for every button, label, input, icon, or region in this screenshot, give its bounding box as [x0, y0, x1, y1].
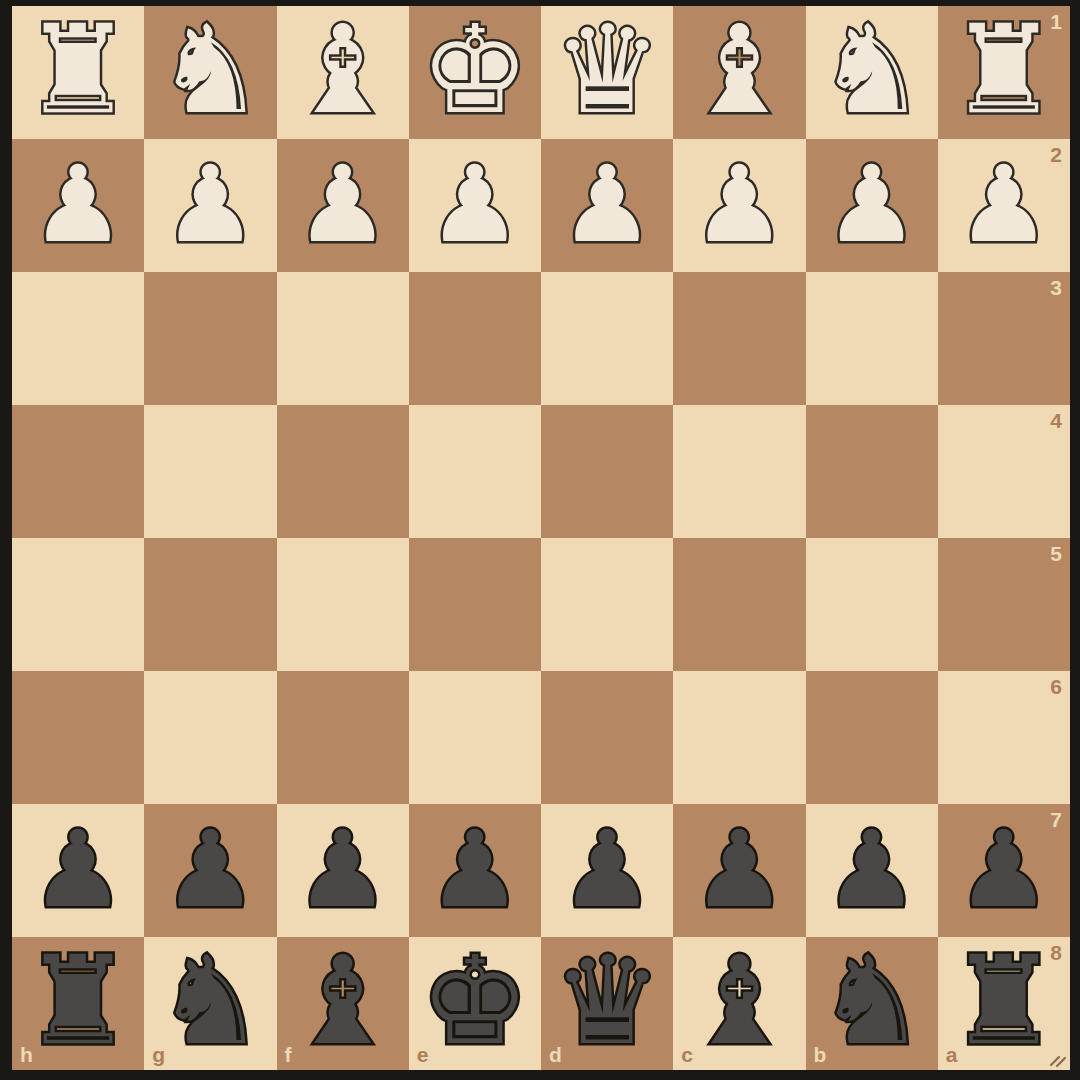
- file-label-a: a: [946, 1044, 958, 1065]
- square-h1[interactable]: ♜: [12, 6, 144, 139]
- piece-white-king[interactable]: ♚: [420, 9, 529, 131]
- piece-black-queen[interactable]: ♛: [552, 940, 661, 1062]
- piece-black-pawn[interactable]: ♟: [163, 817, 258, 923]
- square-c8[interactable]: ♝c: [673, 937, 805, 1070]
- piece-white-rook[interactable]: ♜: [949, 9, 1058, 131]
- square-b3[interactable]: [806, 272, 938, 405]
- piece-black-pawn[interactable]: ♟: [956, 817, 1051, 923]
- piece-black-bishop[interactable]: ♝: [288, 940, 397, 1062]
- square-b2[interactable]: ♟: [806, 139, 938, 272]
- piece-black-pawn[interactable]: ♟: [824, 817, 919, 923]
- square-a4[interactable]: 4: [938, 405, 1070, 538]
- square-e2[interactable]: ♟: [409, 139, 541, 272]
- file-label-e: e: [417, 1044, 429, 1065]
- square-e8[interactable]: ♚e: [409, 937, 541, 1070]
- square-h6[interactable]: [12, 671, 144, 804]
- square-g4[interactable]: [144, 405, 276, 538]
- square-e3[interactable]: [409, 272, 541, 405]
- piece-white-queen[interactable]: ♛: [552, 9, 661, 131]
- square-a3[interactable]: 3: [938, 272, 1070, 405]
- square-e6[interactable]: [409, 671, 541, 804]
- chess-app-stage: ♜♞♝♚♛♝♞♜1♟♟♟♟♟♟♟♟23456♟♟♟♟♟♟♟♟7♜h♞g♝f♚e♛…: [0, 0, 1080, 1080]
- square-e1[interactable]: ♚: [409, 6, 541, 139]
- square-g3[interactable]: [144, 272, 276, 405]
- square-f6[interactable]: [277, 671, 409, 804]
- square-f7[interactable]: ♟: [277, 804, 409, 937]
- square-a6[interactable]: 6: [938, 671, 1070, 804]
- square-e4[interactable]: [409, 405, 541, 538]
- square-d2[interactable]: ♟: [541, 139, 673, 272]
- piece-white-rook[interactable]: ♜: [23, 9, 132, 131]
- square-a2[interactable]: ♟2: [938, 139, 1070, 272]
- file-label-g: g: [152, 1044, 165, 1065]
- rank-label-6: 6: [1050, 676, 1062, 697]
- rank-label-8: 8: [1050, 942, 1062, 963]
- piece-white-pawn[interactable]: ♟: [560, 152, 655, 258]
- piece-black-knight[interactable]: ♞: [817, 940, 926, 1062]
- piece-white-bishop[interactable]: ♝: [288, 9, 397, 131]
- square-a5[interactable]: 5: [938, 538, 1070, 671]
- piece-black-knight[interactable]: ♞: [156, 940, 265, 1062]
- square-b4[interactable]: [806, 405, 938, 538]
- square-c3[interactable]: [673, 272, 805, 405]
- file-label-f: f: [285, 1044, 292, 1065]
- piece-black-rook[interactable]: ♜: [949, 940, 1058, 1062]
- square-d4[interactable]: [541, 405, 673, 538]
- square-b7[interactable]: ♟: [806, 804, 938, 937]
- square-h7[interactable]: ♟: [12, 804, 144, 937]
- square-h3[interactable]: [12, 272, 144, 405]
- square-c1[interactable]: ♝: [673, 6, 805, 139]
- square-f2[interactable]: ♟: [277, 139, 409, 272]
- square-f1[interactable]: ♝: [277, 6, 409, 139]
- square-c5[interactable]: [673, 538, 805, 671]
- square-f4[interactable]: [277, 405, 409, 538]
- square-h8[interactable]: ♜h: [12, 937, 144, 1070]
- square-a8[interactable]: ♜8a: [938, 937, 1070, 1070]
- rank-label-1: 1: [1050, 11, 1062, 32]
- piece-white-pawn[interactable]: ♟: [956, 152, 1051, 258]
- square-a7[interactable]: ♟7: [938, 804, 1070, 937]
- piece-black-bishop[interactable]: ♝: [685, 940, 794, 1062]
- piece-black-pawn[interactable]: ♟: [427, 817, 522, 923]
- square-d8[interactable]: ♛d: [541, 937, 673, 1070]
- chess-board: ♜♞♝♚♛♝♞♜1♟♟♟♟♟♟♟♟23456♟♟♟♟♟♟♟♟7♜h♞g♝f♚e♛…: [12, 6, 1070, 1070]
- square-c4[interactable]: [673, 405, 805, 538]
- file-label-h: h: [20, 1044, 33, 1065]
- piece-white-knight[interactable]: ♞: [156, 9, 265, 131]
- rank-label-7: 7: [1050, 809, 1062, 830]
- square-a1[interactable]: ♜1: [938, 6, 1070, 139]
- square-b8[interactable]: ♞b: [806, 937, 938, 1070]
- file-label-d: d: [549, 1044, 562, 1065]
- square-h4[interactable]: [12, 405, 144, 538]
- board-resize-handle-icon[interactable]: [1048, 1048, 1068, 1068]
- piece-white-bishop[interactable]: ♝: [685, 9, 794, 131]
- square-b1[interactable]: ♞: [806, 6, 938, 139]
- piece-black-rook[interactable]: ♜: [23, 940, 132, 1062]
- piece-white-knight[interactable]: ♞: [817, 9, 926, 131]
- square-e5[interactable]: [409, 538, 541, 671]
- square-d3[interactable]: [541, 272, 673, 405]
- square-f3[interactable]: [277, 272, 409, 405]
- square-g7[interactable]: ♟: [144, 804, 276, 937]
- square-h2[interactable]: ♟: [12, 139, 144, 272]
- square-g5[interactable]: [144, 538, 276, 671]
- piece-black-pawn[interactable]: ♟: [31, 817, 126, 923]
- square-d5[interactable]: [541, 538, 673, 671]
- square-g6[interactable]: [144, 671, 276, 804]
- square-g2[interactable]: ♟: [144, 139, 276, 272]
- square-g8[interactable]: ♞g: [144, 937, 276, 1070]
- square-f8[interactable]: ♝f: [277, 937, 409, 1070]
- piece-black-king[interactable]: ♚: [420, 940, 529, 1062]
- square-b6[interactable]: [806, 671, 938, 804]
- piece-black-pawn[interactable]: ♟: [560, 817, 655, 923]
- file-label-c: c: [681, 1044, 693, 1065]
- square-c6[interactable]: [673, 671, 805, 804]
- square-d7[interactable]: ♟: [541, 804, 673, 937]
- rank-label-3: 3: [1050, 277, 1062, 298]
- piece-black-pawn[interactable]: ♟: [295, 817, 390, 923]
- piece-black-pawn[interactable]: ♟: [692, 817, 787, 923]
- square-e7[interactable]: ♟: [409, 804, 541, 937]
- square-d1[interactable]: ♛: [541, 6, 673, 139]
- rank-label-2: 2: [1050, 144, 1062, 165]
- piece-white-pawn[interactable]: ♟: [31, 152, 126, 258]
- file-label-b: b: [814, 1044, 827, 1065]
- rank-label-5: 5: [1050, 543, 1062, 564]
- piece-white-pawn[interactable]: ♟: [295, 152, 390, 258]
- rank-label-4: 4: [1050, 410, 1062, 431]
- piece-white-pawn[interactable]: ♟: [692, 152, 787, 258]
- square-g1[interactable]: ♞: [144, 6, 276, 139]
- square-b5[interactable]: [806, 538, 938, 671]
- square-c7[interactable]: ♟: [673, 804, 805, 937]
- piece-white-pawn[interactable]: ♟: [163, 152, 258, 258]
- piece-white-pawn[interactable]: ♟: [427, 152, 522, 258]
- piece-white-pawn[interactable]: ♟: [824, 152, 919, 258]
- square-c2[interactable]: ♟: [673, 139, 805, 272]
- square-f5[interactable]: [277, 538, 409, 671]
- square-d6[interactable]: [541, 671, 673, 804]
- square-h5[interactable]: [12, 538, 144, 671]
